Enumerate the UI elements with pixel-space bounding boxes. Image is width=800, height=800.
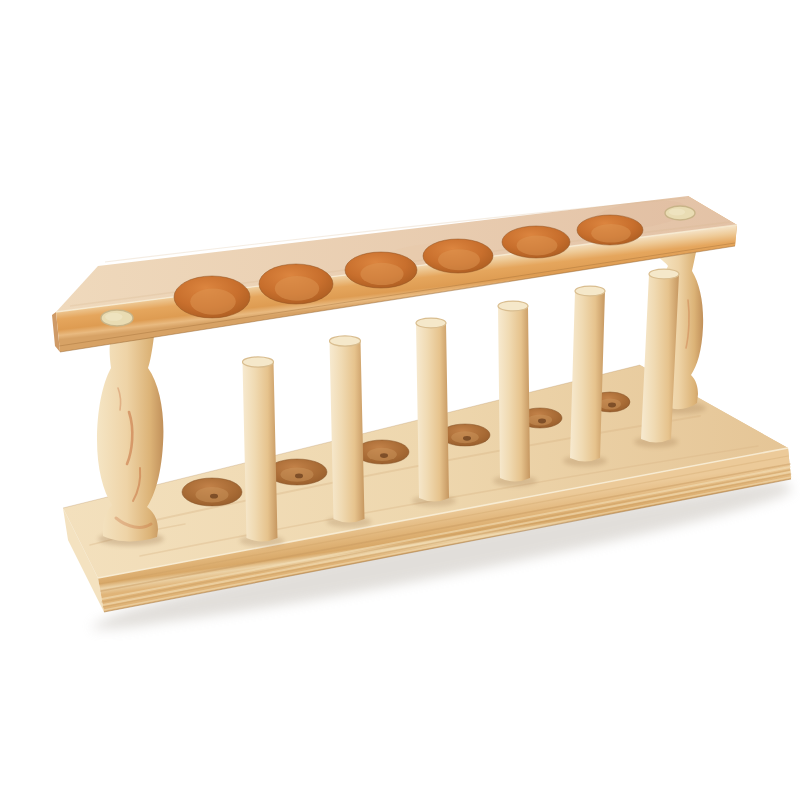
product-photo xyxy=(0,0,800,800)
support-post-left xyxy=(97,336,164,546)
base-recess-1-center-hole xyxy=(210,494,218,499)
peg-5-top-cap xyxy=(575,286,605,296)
rail-hole-1 xyxy=(174,276,250,318)
base-recess-1 xyxy=(182,478,242,506)
peg-3-body xyxy=(416,323,449,502)
dowel-plug-left xyxy=(101,310,133,326)
rail-hole-4-inner-light xyxy=(438,249,480,270)
rail-hole-6-inner-light xyxy=(591,224,631,243)
rail-hole-5 xyxy=(502,226,570,258)
base-recess-2-center-hole xyxy=(295,474,303,479)
base-recess-5-center-hole xyxy=(538,419,546,424)
dowel-plug-left-highlight xyxy=(105,313,123,321)
top-rail xyxy=(52,195,737,352)
peg-1-top-cap xyxy=(243,357,274,367)
base-recess-4-center-hole xyxy=(463,436,471,441)
base-recess-3-center-hole xyxy=(380,453,388,458)
dowel-plug-right-highlight xyxy=(669,208,686,215)
peg-4-top-cap xyxy=(498,301,528,311)
dowel-plug-right xyxy=(665,206,695,220)
peg-2-body xyxy=(330,341,365,523)
test-tube-rack-illustration xyxy=(0,0,800,800)
rail-hole-3 xyxy=(345,252,417,288)
rail-hole-2 xyxy=(259,264,333,304)
rail-hole-6 xyxy=(577,215,643,245)
peg-6-top-cap xyxy=(649,269,679,279)
base-recess-6-center-hole xyxy=(608,403,616,408)
peg-2-top-cap xyxy=(330,336,361,346)
rail-hole-5-inner-light xyxy=(517,236,558,256)
peg-3-top-cap xyxy=(416,318,446,328)
rail-hole-4 xyxy=(423,239,493,273)
rail-hole-2-inner-light xyxy=(275,276,319,301)
peg-1-body xyxy=(243,362,278,542)
peg-4-body xyxy=(498,306,530,482)
rail-hole-3-inner-light xyxy=(360,263,403,285)
peg-5-body xyxy=(570,291,605,462)
rail-hole-1-inner-light xyxy=(190,289,236,315)
